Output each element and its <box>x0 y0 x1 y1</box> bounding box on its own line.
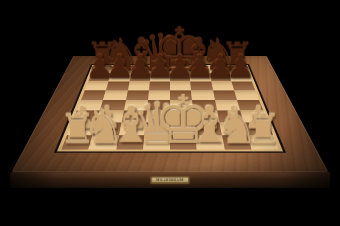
square-h7: ♟ <box>229 73 252 81</box>
board-playing-area: ♜♞♝♛♚♝♞♜♟♟♟♟♟♟♟♟♟♟♟♟♟♟♟♟♜♞♝♛♚♝♞♜ <box>54 64 286 153</box>
square-h1: ♜ <box>247 135 278 149</box>
piece-black-pawn-h7: ♟ <box>226 50 255 82</box>
piece-white-rook-h1: ♜ <box>245 109 281 149</box>
photo-backdrop: ♜♞♝♛♚♝♞♜♟♟♟♟♟♟♟♟♟♟♟♟♟♟♟♟♜♞♝♛♚♝♞♜ MILLENN… <box>0 0 340 226</box>
square-h6 <box>231 81 255 90</box>
board-scene: ♜♞♝♛♚♝♞♜♟♟♟♟♟♟♟♟♟♟♟♟♟♟♟♟♜♞♝♛♚♝♞♜ MILLENN… <box>0 0 340 226</box>
brand-plate: MILLENNIUM <box>150 175 190 183</box>
board-grid: ♜♞♝♛♚♝♞♜♟♟♟♟♟♟♟♟♟♟♟♟♟♟♟♟♜♞♝♛♚♝♞♜ <box>61 66 278 150</box>
chess-board: ♜♞♝♛♚♝♞♜♟♟♟♟♟♟♟♟♟♟♟♟♟♟♟♟♜♞♝♛♚♝♞♜ MILLENN… <box>11 56 328 172</box>
square-c6 <box>127 81 149 90</box>
square-a6 <box>85 81 109 90</box>
square-g6 <box>211 81 234 90</box>
board-front-edge: MILLENNIUM <box>10 172 330 188</box>
square-b6 <box>106 81 129 90</box>
